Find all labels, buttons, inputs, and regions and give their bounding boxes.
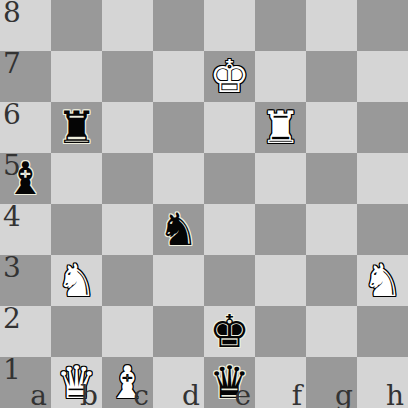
square-e4[interactable] (204, 204, 255, 255)
square-g8[interactable] (306, 0, 357, 51)
square-b5[interactable] (51, 153, 102, 204)
white-queen-b1: ♛ (56, 357, 96, 408)
square-d1[interactable]: d (153, 357, 204, 408)
square-a8[interactable]: 8 (0, 0, 51, 51)
black-king-e2: ♚ (209, 306, 249, 357)
square-b2[interactable] (51, 306, 102, 357)
square-g3[interactable] (306, 255, 357, 306)
square-c3[interactable] (102, 255, 153, 306)
square-h6[interactable] (357, 102, 408, 153)
black-bishop-a5: ♝ (5, 153, 45, 204)
rank-label-8: 8 (3, 0, 21, 27)
square-e5[interactable] (204, 153, 255, 204)
square-a1[interactable]: 1a (0, 357, 51, 408)
square-e6[interactable] (204, 102, 255, 153)
square-f6[interactable]: ♜ (255, 102, 306, 153)
square-h3[interactable]: ♞ (357, 255, 408, 306)
square-g1[interactable]: g (306, 357, 357, 408)
square-f7[interactable] (255, 51, 306, 102)
square-d3[interactable] (153, 255, 204, 306)
square-e7[interactable]: ♚ (204, 51, 255, 102)
square-a2[interactable]: 2 (0, 306, 51, 357)
rank-label-4: 4 (3, 203, 21, 231)
square-b4[interactable] (51, 204, 102, 255)
square-d6[interactable] (153, 102, 204, 153)
white-knight-h3: ♞ (362, 255, 402, 306)
square-g5[interactable] (306, 153, 357, 204)
rank-label-7: 7 (3, 50, 21, 78)
square-f8[interactable] (255, 0, 306, 51)
square-b6[interactable]: ♜ (51, 102, 102, 153)
white-knight-b3: ♞ (56, 255, 96, 306)
square-c6[interactable] (102, 102, 153, 153)
square-d5[interactable] (153, 153, 204, 204)
file-label-f: f (292, 382, 302, 408)
square-b1[interactable]: ♛b (51, 357, 102, 408)
rank-label-6: 6 (3, 101, 21, 129)
square-d4[interactable]: ♞ (153, 204, 204, 255)
file-label-d: d (182, 382, 200, 408)
file-label-g: g (335, 382, 353, 408)
square-h7[interactable] (357, 51, 408, 102)
square-a5[interactable]: ♝5 (0, 153, 51, 204)
rank-label-3: 3 (3, 254, 21, 282)
square-c4[interactable] (102, 204, 153, 255)
file-label-a: a (30, 382, 47, 408)
file-label-e: e (234, 382, 251, 408)
white-king-e7: ♚ (209, 51, 249, 102)
square-c8[interactable] (102, 0, 153, 51)
square-b8[interactable] (51, 0, 102, 51)
square-g4[interactable] (306, 204, 357, 255)
chess-board: 87♚6♜♜♝54♞3♞♞2♚1a♛b♝cd♛efgh (0, 0, 408, 408)
square-f3[interactable] (255, 255, 306, 306)
file-label-c: c (133, 382, 149, 408)
rank-label-2: 2 (3, 305, 21, 333)
square-h4[interactable] (357, 204, 408, 255)
square-h5[interactable] (357, 153, 408, 204)
square-b7[interactable] (51, 51, 102, 102)
square-e2[interactable]: ♚ (204, 306, 255, 357)
square-c5[interactable] (102, 153, 153, 204)
square-d2[interactable] (153, 306, 204, 357)
square-c2[interactable] (102, 306, 153, 357)
square-g7[interactable] (306, 51, 357, 102)
square-c1[interactable]: ♝c (102, 357, 153, 408)
square-f1[interactable]: f (255, 357, 306, 408)
square-f4[interactable] (255, 204, 306, 255)
square-f5[interactable] (255, 153, 306, 204)
white-bishop-c1: ♝ (107, 357, 147, 408)
square-e3[interactable] (204, 255, 255, 306)
black-queen-e1: ♛ (209, 357, 249, 408)
square-a4[interactable]: 4 (0, 204, 51, 255)
square-a6[interactable]: 6 (0, 102, 51, 153)
square-d7[interactable] (153, 51, 204, 102)
rank-label-5: 5 (3, 152, 21, 180)
square-g2[interactable] (306, 306, 357, 357)
square-b3[interactable]: ♞ (51, 255, 102, 306)
square-c7[interactable] (102, 51, 153, 102)
square-h2[interactable] (357, 306, 408, 357)
square-g6[interactable] (306, 102, 357, 153)
square-a7[interactable]: 7 (0, 51, 51, 102)
rank-label-1: 1 (3, 356, 21, 384)
square-a3[interactable]: 3 (0, 255, 51, 306)
black-rook-b6: ♜ (56, 102, 96, 153)
square-h8[interactable] (357, 0, 408, 51)
square-f2[interactable] (255, 306, 306, 357)
black-knight-d4: ♞ (158, 204, 198, 255)
file-label-b: b (80, 382, 98, 408)
square-e1[interactable]: ♛e (204, 357, 255, 408)
white-rook-f6: ♜ (260, 102, 300, 153)
square-e8[interactable] (204, 0, 255, 51)
file-label-h: h (386, 382, 404, 408)
square-d8[interactable] (153, 0, 204, 51)
square-h1[interactable]: h (357, 357, 408, 408)
